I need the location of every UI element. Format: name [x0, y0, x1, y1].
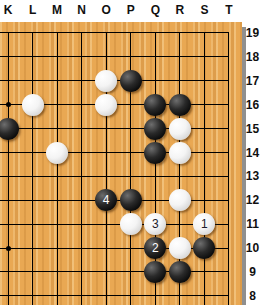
grid-line-vertical	[204, 45, 205, 69]
white-stone-O17	[95, 70, 117, 92]
black-stone-Q9	[144, 261, 166, 283]
board-point-O13[interactable]	[94, 164, 119, 188]
grid-line-horizontal	[0, 152, 20, 153]
board-point-N19[interactable]	[69, 21, 94, 45]
grid-line-vertical	[32, 141, 33, 165]
board-point-N12[interactable]	[69, 188, 94, 212]
grid-line-vertical	[204, 164, 205, 188]
grid-line-vertical	[155, 69, 156, 93]
board-point-R17[interactable]	[168, 69, 193, 93]
board-point-O18[interactable]	[94, 45, 119, 69]
black-stone-S10	[193, 237, 215, 259]
grid-line-vertical	[106, 212, 107, 236]
board-edge-shadow	[242, 27, 246, 305]
grid-line-vertical	[106, 164, 107, 188]
board-point-L9[interactable]	[20, 260, 45, 284]
grid-line-vertical	[57, 93, 58, 117]
board-point-K19[interactable]	[0, 21, 20, 45]
move-number-label: 3	[152, 218, 159, 230]
board-point-R8[interactable]	[168, 284, 193, 305]
board-point-L17[interactable]	[20, 69, 45, 93]
board-point-T14[interactable]	[217, 141, 242, 165]
board-point-O9[interactable]	[94, 260, 119, 284]
grid-line-vertical	[155, 188, 156, 212]
board-point-P13[interactable]	[118, 164, 143, 188]
grid-line-vertical	[57, 212, 58, 236]
grid-line-vertical	[130, 141, 131, 165]
column-label-K: K	[4, 4, 13, 16]
grid-line-horizontal	[0, 80, 20, 81]
board-grid: 4312	[0, 21, 241, 305]
board-point-P16[interactable]	[118, 93, 143, 117]
column-label-R: R	[176, 4, 185, 16]
board-point-P17[interactable]	[118, 69, 143, 93]
board-point-O19[interactable]	[94, 21, 119, 45]
board-point-T11[interactable]	[217, 212, 242, 236]
grid-line-vertical	[57, 188, 58, 212]
grid-line-vertical	[228, 69, 229, 93]
board-point-L16[interactable]	[20, 93, 45, 117]
grid-line-vertical	[32, 69, 33, 93]
grid-line-vertical	[8, 141, 9, 165]
grid-line-vertical	[32, 236, 33, 260]
board-point-N13[interactable]	[69, 164, 94, 188]
board-point-S8[interactable]	[192, 284, 217, 305]
board-point-R13[interactable]	[168, 164, 193, 188]
grid-line-horizontal	[0, 32, 20, 33]
grid-line-vertical	[179, 164, 180, 188]
grid-line-vertical	[57, 260, 58, 284]
grid-line-vertical	[130, 32, 131, 44]
board-point-K9[interactable]	[0, 260, 20, 284]
row-label-8: 8	[249, 290, 256, 302]
board-point-K15[interactable]	[0, 117, 20, 141]
board-point-S19[interactable]	[192, 21, 217, 45]
board-point-Q15[interactable]	[143, 117, 168, 141]
grid-line-vertical	[228, 141, 229, 165]
board-point-N15[interactable]	[69, 117, 94, 141]
board-point-M14[interactable]	[45, 141, 70, 165]
board-point-S17[interactable]	[192, 69, 217, 93]
grid-line-vertical	[130, 164, 131, 188]
board-point-Q17[interactable]	[143, 69, 168, 93]
board-point-T8[interactable]	[217, 284, 242, 305]
grid-line-vertical	[228, 32, 229, 44]
board-point-M16[interactable]	[45, 93, 70, 117]
grid-line-vertical	[81, 32, 82, 44]
move-number-label: 4	[103, 194, 110, 206]
board-point-P10[interactable]	[118, 236, 143, 260]
row-label-11: 11	[246, 218, 259, 230]
grid-line-horizontal	[0, 224, 20, 225]
grid-line-vertical	[32, 188, 33, 212]
grid-line-vertical	[130, 117, 131, 141]
board-point-P18[interactable]	[118, 45, 143, 69]
board-point-P14[interactable]	[118, 141, 143, 165]
column-label-O: O	[102, 4, 111, 16]
grid-line-vertical	[228, 45, 229, 69]
star-point-K16	[6, 102, 11, 107]
grid-line-vertical	[81, 117, 82, 141]
board-point-N17[interactable]	[69, 69, 94, 93]
grid-line-vertical	[57, 284, 58, 305]
board-point-K14[interactable]	[0, 141, 20, 165]
grid-line-vertical	[155, 45, 156, 69]
board-point-O12[interactable]: 4	[94, 188, 119, 212]
board-point-L8[interactable]	[20, 284, 45, 305]
black-stone-P12	[120, 189, 142, 211]
grid-line-vertical	[130, 93, 131, 117]
grid-line-vertical	[8, 69, 9, 93]
board-point-O17[interactable]	[94, 69, 119, 93]
board-point-K8[interactable]	[0, 284, 20, 305]
column-label-L: L	[29, 4, 36, 16]
board-point-M11[interactable]	[45, 212, 70, 236]
grid-line-vertical	[106, 236, 107, 260]
grid-line-vertical	[204, 69, 205, 93]
board-point-N18[interactable]	[69, 45, 94, 69]
column-label-S: S	[200, 4, 208, 16]
board-point-K17[interactable]	[0, 69, 20, 93]
grid-line-vertical	[32, 284, 33, 305]
board-point-P9[interactable]	[118, 260, 143, 284]
board-point-T17[interactable]	[217, 69, 242, 93]
grid-line-vertical	[204, 260, 205, 284]
black-stone-Q14	[144, 142, 166, 164]
board-point-M13[interactable]	[45, 164, 70, 188]
grid-line-vertical	[81, 45, 82, 69]
board-point-Q14[interactable]	[143, 141, 168, 165]
grid-line-vertical	[155, 32, 156, 44]
grid-line-vertical	[81, 236, 82, 260]
board-point-K12[interactable]	[0, 188, 20, 212]
grid-line-vertical	[81, 212, 82, 236]
board-point-S9[interactable]	[192, 260, 217, 284]
grid-line-vertical	[179, 32, 180, 44]
grid-line-vertical	[81, 188, 82, 212]
grid-line-vertical	[204, 141, 205, 165]
grid-line-vertical	[57, 45, 58, 69]
board-point-S16[interactable]	[192, 93, 217, 117]
board-point-Q16[interactable]	[143, 93, 168, 117]
move-number-label: 2	[152, 242, 159, 254]
grid-line-vertical	[106, 141, 107, 165]
grid-line-vertical	[81, 260, 82, 284]
grid-line-vertical	[32, 117, 33, 141]
board-point-L18[interactable]	[20, 45, 45, 69]
board-point-T18[interactable]	[217, 45, 242, 69]
board-point-T15[interactable]	[217, 117, 242, 141]
board-point-T9[interactable]	[217, 260, 242, 284]
white-stone-R15	[169, 118, 191, 140]
board-point-M17[interactable]	[45, 69, 70, 93]
board-point-T12[interactable]	[217, 188, 242, 212]
board-point-M9[interactable]	[45, 260, 70, 284]
black-stone-K15	[0, 118, 19, 140]
board-point-K13[interactable]	[0, 164, 20, 188]
board-point-L11[interactable]	[20, 212, 45, 236]
grid-line-vertical	[179, 284, 180, 305]
board-point-N16[interactable]	[69, 93, 94, 117]
grid-line-vertical	[81, 69, 82, 93]
board-point-N9[interactable]	[69, 260, 94, 284]
grid-line-vertical	[228, 236, 229, 260]
black-stone-R9	[169, 261, 191, 283]
star-point-K10	[6, 246, 11, 251]
white-stone-S11: 1	[193, 213, 215, 235]
row-label-16: 16	[246, 99, 259, 111]
row-label-12: 12	[246, 194, 259, 206]
grid-line-vertical	[106, 260, 107, 284]
board-point-K11[interactable]	[0, 212, 20, 236]
row-label-9: 9	[249, 266, 256, 278]
board-point-R11[interactable]	[168, 212, 193, 236]
board-point-Q11[interactable]: 3	[143, 212, 168, 236]
board-point-O16[interactable]	[94, 93, 119, 117]
grid-line-vertical	[228, 117, 229, 141]
board-point-P8[interactable]	[118, 284, 143, 305]
grid-line-vertical	[130, 284, 131, 305]
board-point-Q12[interactable]	[143, 188, 168, 212]
grid-line-vertical	[179, 45, 180, 69]
board-point-L15[interactable]	[20, 117, 45, 141]
grid-line-vertical	[204, 93, 205, 117]
grid-line-vertical	[106, 45, 107, 69]
board-point-Q8[interactable]	[143, 284, 168, 305]
grid-line-vertical	[179, 212, 180, 236]
grid-line-vertical	[204, 284, 205, 305]
grid-line-vertical	[130, 236, 131, 260]
grid-line-vertical	[57, 32, 58, 44]
grid-line-vertical	[32, 164, 33, 188]
white-stone-Q11: 3	[144, 213, 166, 235]
board-point-O11[interactable]	[94, 212, 119, 236]
white-stone-R14	[169, 142, 191, 164]
move-number-label: 1	[201, 218, 208, 230]
grid-line-vertical	[106, 284, 107, 305]
board-point-R18[interactable]	[168, 45, 193, 69]
board-point-R9[interactable]	[168, 260, 193, 284]
black-stone-Q10: 2	[144, 237, 166, 259]
grid-line-vertical	[32, 260, 33, 284]
black-stone-P17	[120, 70, 142, 92]
grid-line-vertical	[106, 117, 107, 141]
board-point-K16[interactable]	[0, 93, 20, 117]
board-point-P19[interactable]	[118, 21, 143, 45]
board-point-L13[interactable]	[20, 164, 45, 188]
white-stone-R12	[169, 189, 191, 211]
grid-line-vertical	[228, 188, 229, 212]
board-point-M19[interactable]	[45, 21, 70, 45]
black-stone-Q15	[144, 118, 166, 140]
board-point-S14[interactable]	[192, 141, 217, 165]
grid-line-vertical	[106, 32, 107, 44]
board-point-Q9[interactable]	[143, 260, 168, 284]
board-point-M8[interactable]	[45, 284, 70, 305]
column-label-M: M	[52, 4, 62, 16]
black-stone-R16	[169, 94, 191, 116]
board-point-O14[interactable]	[94, 141, 119, 165]
column-label-T: T	[225, 4, 232, 16]
row-label-14: 14	[246, 147, 259, 159]
grid-line-vertical	[57, 117, 58, 141]
grid-line-vertical	[228, 284, 229, 305]
board-point-L14[interactable]	[20, 141, 45, 165]
row-label-19: 19	[246, 27, 259, 39]
grid-line-vertical	[8, 284, 9, 305]
black-stone-Q16	[144, 94, 166, 116]
grid-line-vertical	[228, 260, 229, 284]
board-point-N10[interactable]	[69, 236, 94, 260]
grid-line-horizontal	[0, 295, 20, 296]
board-point-S15[interactable]	[192, 117, 217, 141]
board-point-N11[interactable]	[69, 212, 94, 236]
board-point-O10[interactable]	[94, 236, 119, 260]
board-point-S18[interactable]	[192, 45, 217, 69]
board-point-L12[interactable]	[20, 188, 45, 212]
row-label-17: 17	[246, 75, 259, 87]
grid-line-vertical	[81, 141, 82, 165]
grid-line-vertical	[130, 45, 131, 69]
white-stone-O16	[95, 94, 117, 116]
board-point-O8[interactable]	[94, 284, 119, 305]
grid-line-vertical	[8, 212, 9, 236]
board-point-S10[interactable]	[192, 236, 217, 260]
grid-line-vertical	[57, 69, 58, 93]
board-point-N14[interactable]	[69, 141, 94, 165]
board-point-Q13[interactable]	[143, 164, 168, 188]
grid-line-horizontal	[0, 200, 20, 201]
board-point-P15[interactable]	[118, 117, 143, 141]
grid-line-vertical	[8, 260, 9, 284]
grid-line-vertical	[204, 117, 205, 141]
grid-line-vertical	[8, 164, 9, 188]
grid-line-vertical	[130, 260, 131, 284]
grid-line-vertical	[81, 164, 82, 188]
board-point-Q18[interactable]	[143, 45, 168, 69]
board-point-T13[interactable]	[217, 164, 242, 188]
board-point-T19[interactable]	[217, 21, 242, 45]
board-point-L19[interactable]	[20, 21, 45, 45]
grid-line-vertical	[32, 45, 33, 69]
grid-line-vertical	[179, 69, 180, 93]
board-point-S11[interactable]: 1	[192, 212, 217, 236]
grid-line-horizontal	[0, 176, 20, 177]
board-point-M18[interactable]	[45, 45, 70, 69]
board-point-T16[interactable]	[217, 93, 242, 117]
white-stone-R10	[169, 237, 191, 259]
white-stone-M14	[46, 142, 68, 164]
column-label-N: N	[77, 4, 86, 16]
board-point-O15[interactable]	[94, 117, 119, 141]
board-point-R16[interactable]	[168, 93, 193, 117]
grid-line-vertical	[8, 188, 9, 212]
board-point-R10[interactable]	[168, 236, 193, 260]
grid-line-vertical	[204, 32, 205, 44]
grid-line-vertical	[32, 212, 33, 236]
board-point-M12[interactable]	[45, 188, 70, 212]
row-label-18: 18	[246, 51, 259, 63]
board-point-S12[interactable]	[192, 188, 217, 212]
board-point-R19[interactable]	[168, 21, 193, 45]
board-point-L10[interactable]	[20, 236, 45, 260]
row-label-10: 10	[246, 242, 259, 254]
board-point-R14[interactable]	[168, 141, 193, 165]
grid-line-vertical	[32, 32, 33, 44]
row-label-15: 15	[246, 123, 259, 135]
board-point-M15[interactable]	[45, 117, 70, 141]
board-point-R12[interactable]	[168, 188, 193, 212]
board-point-K10[interactable]	[0, 236, 20, 260]
grid-line-vertical	[228, 212, 229, 236]
board-point-P12[interactable]	[118, 188, 143, 212]
grid-line-horizontal	[0, 56, 20, 57]
white-stone-L16	[22, 94, 44, 116]
grid-line-vertical	[81, 93, 82, 117]
white-stone-P11	[120, 213, 142, 235]
grid-line-vertical	[155, 284, 156, 305]
grid-line-vertical	[81, 284, 82, 305]
go-diagram: 4312 KLMNOPQRST 1918171615141312111098	[0, 0, 260, 305]
board-point-S13[interactable]	[192, 164, 217, 188]
column-label-Q: Q	[151, 4, 160, 16]
grid-line-vertical	[57, 236, 58, 260]
grid-line-vertical	[155, 164, 156, 188]
grid-line-horizontal	[0, 271, 20, 272]
board-point-Q19[interactable]	[143, 21, 168, 45]
board-point-K18[interactable]	[0, 45, 20, 69]
grid-line-vertical	[228, 93, 229, 117]
board-point-Q10[interactable]: 2	[143, 236, 168, 260]
grid-line-vertical	[57, 164, 58, 188]
board-point-M10[interactable]	[45, 236, 70, 260]
board-point-N8[interactable]	[69, 284, 94, 305]
grid-line-vertical	[204, 188, 205, 212]
board-point-R15[interactable]	[168, 117, 193, 141]
grid-line-vertical	[228, 164, 229, 188]
board-point-P11[interactable]	[118, 212, 143, 236]
column-label-P: P	[127, 4, 135, 16]
board-point-T10[interactable]	[217, 236, 242, 260]
row-label-13: 13	[246, 170, 259, 182]
grid-line-vertical	[8, 45, 9, 69]
black-stone-O12: 4	[95, 189, 117, 211]
grid-line-vertical	[8, 32, 9, 44]
